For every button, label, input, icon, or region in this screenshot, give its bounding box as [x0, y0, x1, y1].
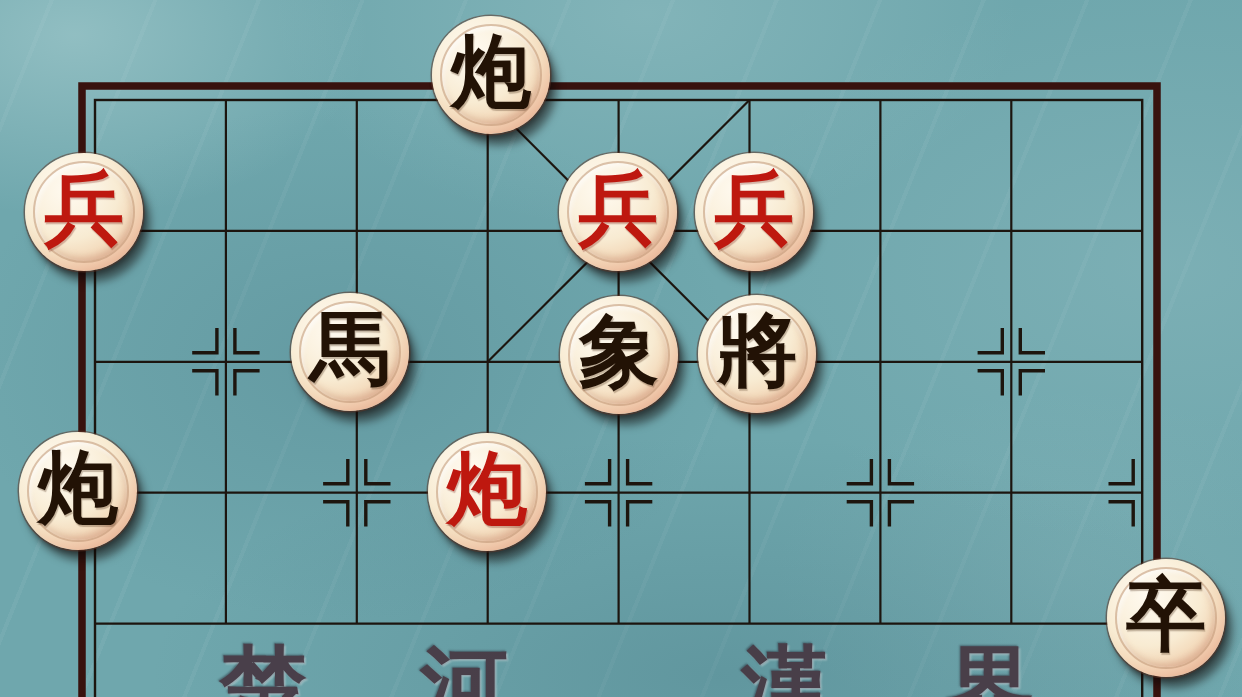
- piece-glyph: 兵: [714, 169, 794, 249]
- xiangqi-board: 楚 河 漢 界 炮兵兵兵馬象將炮炮卒: [0, 0, 1242, 697]
- piece-red-soldier-a[interactable]: 兵: [25, 153, 143, 271]
- piece-red-soldier-c[interactable]: 兵: [695, 153, 813, 271]
- river-char-chu: 楚: [219, 644, 307, 697]
- piece-glyph: 炮: [447, 449, 527, 529]
- river-char-he: 河: [420, 644, 508, 697]
- piece-glyph: 兵: [44, 169, 124, 249]
- piece-glyph: 馬: [310, 309, 390, 389]
- piece-glyph: 炮: [38, 448, 118, 528]
- river-char-jie: 界: [946, 644, 1034, 697]
- piece-glyph: 卒: [1126, 575, 1206, 655]
- piece-black-general[interactable]: 將: [698, 295, 816, 413]
- piece-red-cannon[interactable]: 炮: [428, 433, 546, 551]
- piece-glyph: 兵: [578, 169, 658, 249]
- piece-red-soldier-b[interactable]: 兵: [559, 153, 677, 271]
- river-char-han: 漢: [741, 644, 829, 697]
- piece-black-cannon-left[interactable]: 炮: [19, 432, 137, 550]
- piece-glyph: 炮: [451, 32, 531, 112]
- piece-black-cannon-top[interactable]: 炮: [432, 16, 550, 134]
- piece-black-elephant[interactable]: 象: [560, 296, 678, 414]
- piece-black-horse[interactable]: 馬: [291, 293, 409, 411]
- piece-glyph: 將: [717, 311, 797, 391]
- piece-glyph: 象: [579, 312, 659, 392]
- piece-black-soldier[interactable]: 卒: [1107, 559, 1225, 677]
